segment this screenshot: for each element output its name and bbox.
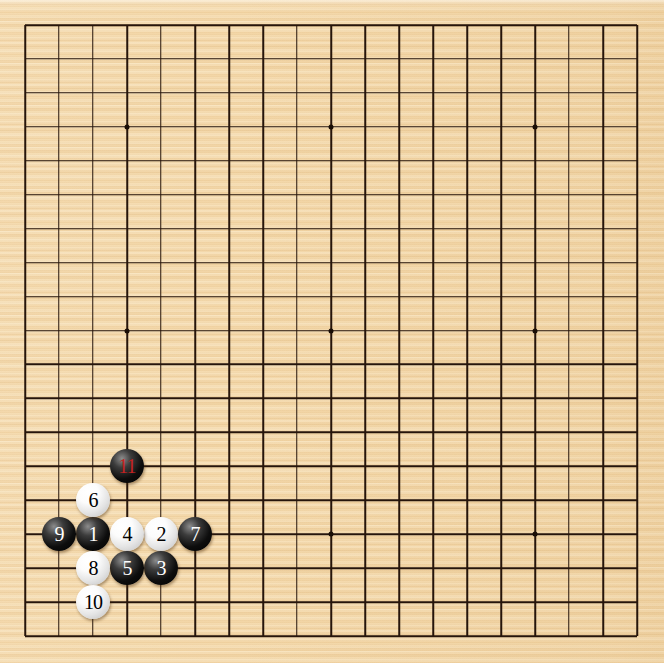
- grid-line-vertical: [466, 25, 468, 636]
- stone-white-6: 6: [76, 483, 110, 517]
- grid-line-vertical: [432, 25, 434, 636]
- move-number-label: 1: [88, 524, 97, 544]
- stone-black-9: 9: [42, 517, 76, 551]
- move-number-label: 11: [118, 456, 135, 476]
- grid-line-vertical: [500, 25, 502, 636]
- grid-line-horizontal: [25, 432, 637, 434]
- star-point: [533, 532, 538, 537]
- move-number-label: 9: [54, 524, 63, 544]
- grid-line-horizontal: [25, 499, 637, 501]
- grid-line-vertical: [364, 25, 366, 636]
- stone-black-5: 5: [110, 551, 144, 585]
- grid-line-horizontal: [25, 635, 637, 637]
- go-board-screenshot: 1234567891011: [0, 0, 664, 663]
- stone-black-7: 7: [178, 517, 212, 551]
- move-number-label: 3: [156, 558, 165, 578]
- move-number-label: 10: [84, 592, 102, 612]
- stone-white-4: 4: [110, 517, 144, 551]
- stone-white-2: 2: [144, 517, 178, 551]
- star-point: [125, 124, 130, 129]
- grid-line-horizontal: [25, 398, 637, 400]
- grid-line-vertical: [602, 25, 604, 636]
- stone-black-1: 1: [76, 517, 110, 551]
- star-point: [533, 124, 538, 129]
- move-number-label: 2: [156, 524, 165, 544]
- stone-white-10: 10: [76, 585, 110, 619]
- star-point: [329, 328, 334, 333]
- star-point: [329, 124, 334, 129]
- star-point: [533, 328, 538, 333]
- grid-line-vertical: [398, 25, 400, 636]
- move-number-label: 6: [88, 490, 97, 510]
- move-number-label: 8: [88, 558, 97, 578]
- move-number-label: 4: [123, 524, 132, 544]
- stone-white-8: 8: [76, 551, 110, 585]
- move-number-label: 7: [191, 524, 200, 544]
- grid-line-horizontal: [25, 601, 637, 603]
- go-board[interactable]: 1234567891011: [25, 25, 637, 636]
- stone-black-3: 3: [144, 551, 178, 585]
- grid-line-horizontal: [25, 364, 637, 366]
- move-number-label: 5: [123, 558, 132, 578]
- stone-black-11: 11: [110, 449, 144, 483]
- star-point: [125, 328, 130, 333]
- grid-line-vertical: [568, 25, 570, 636]
- star-point: [329, 532, 334, 537]
- grid-line-vertical: [636, 25, 638, 636]
